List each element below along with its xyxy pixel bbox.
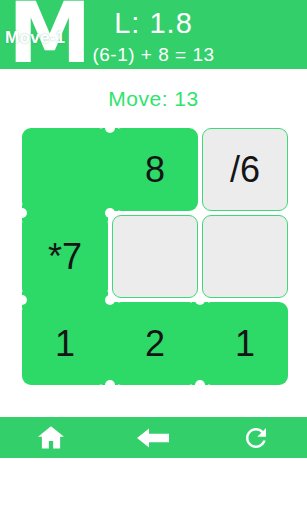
slot-r1c2[interactable] xyxy=(202,215,288,298)
tile-r2c1[interactable]: 2 xyxy=(112,302,198,385)
tile-r1c0[interactable]: *7 xyxy=(22,215,108,298)
tile-junction-dot xyxy=(195,380,205,390)
tile-junction-dot xyxy=(105,208,115,218)
tile-junction-dot xyxy=(105,380,115,390)
home-icon xyxy=(35,423,67,453)
tile-r2c0[interactable]: 1 xyxy=(22,302,108,385)
home-button[interactable] xyxy=(16,417,86,458)
tile-r2c2[interactable]: 1 xyxy=(202,302,288,385)
back-button[interactable] xyxy=(118,417,188,458)
tile-junction-dot xyxy=(17,295,27,305)
refresh-icon xyxy=(241,423,271,453)
tile-junction-dot xyxy=(195,295,205,305)
bottom-navbar xyxy=(0,417,307,458)
app-name-label: Move-1 xyxy=(5,28,65,48)
header-bar: M Move-1 L: 1.8 (6-1) + 8 = 13 xyxy=(0,0,307,69)
restart-button[interactable] xyxy=(221,417,291,458)
back-arrow-icon xyxy=(137,428,169,448)
slot-r0c2[interactable]: /6 xyxy=(202,128,288,211)
tile-r0c0[interactable] xyxy=(22,128,108,211)
tile-r0c1[interactable]: 8 xyxy=(112,128,198,211)
tile-junction-dot xyxy=(17,208,27,218)
puzzle-board: 8 /6 *7 1 2 1 xyxy=(22,128,288,385)
tile-junction-dot xyxy=(105,295,115,305)
app-screen: M Move-1 L: 1.8 (6-1) + 8 = 13 Move: 13 … xyxy=(0,0,307,512)
tile-junction-dot xyxy=(105,123,115,133)
move-counter: Move: 13 xyxy=(0,87,307,111)
slot-r1c1[interactable] xyxy=(112,215,198,298)
